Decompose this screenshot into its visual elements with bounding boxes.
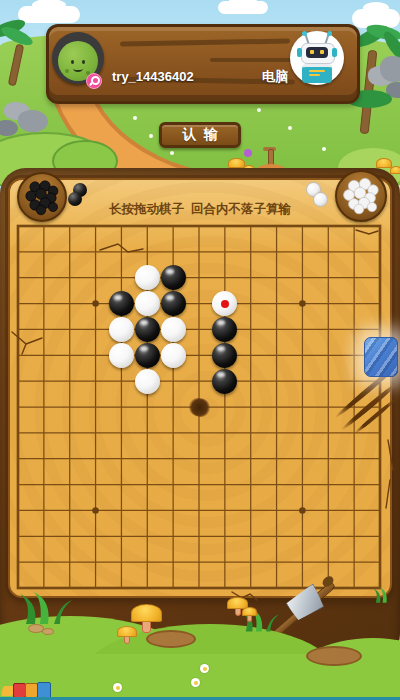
player-name: try_14436402 [112, 70, 262, 84]
pebble [42, 628, 54, 635]
daisy-flower [113, 683, 122, 692]
last-move-marker [221, 300, 229, 308]
daisy-flower [191, 678, 200, 687]
white-stone[interactable] [135, 265, 160, 290]
white-stone[interactable] [135, 291, 160, 316]
robot-eye [320, 50, 324, 54]
white-flower [288, 126, 292, 130]
black-stone[interactable] [161, 291, 186, 316]
white-flower [170, 151, 174, 155]
magnifier-badge-icon[interactable] [86, 73, 102, 89]
mushroom [376, 158, 392, 168]
white-stone[interactable] [161, 317, 186, 342]
robot-eye [310, 50, 314, 54]
purple-flower [244, 149, 252, 157]
opponent-avatar[interactable] [290, 31, 344, 85]
white-flower [257, 108, 261, 112]
blue-chip[interactable] [364, 337, 398, 377]
mushroom [117, 626, 137, 637]
white-stone[interactable] [109, 317, 134, 342]
resign-button[interactable]: 认输 [159, 122, 241, 148]
watermark-logo [2, 680, 52, 698]
black-stone[interactable] [109, 291, 134, 316]
robot-antenna-tip [327, 31, 332, 36]
robot-ear [297, 48, 302, 57]
white-stone[interactable] [161, 343, 186, 368]
rock [380, 56, 400, 82]
game-screen: try_14436402 电脑 认输 [0, 0, 400, 700]
robot-ear [332, 48, 337, 57]
daisy-flower [200, 664, 209, 673]
white-flower [133, 116, 137, 120]
white-stone[interactable] [212, 291, 237, 316]
black-stone[interactable] [135, 317, 160, 342]
white-flower [322, 147, 326, 151]
white-flower [149, 134, 153, 138]
robot-chest-line [309, 74, 320, 76]
mushroom [131, 604, 162, 622]
mushroom [228, 158, 245, 168]
mushroom [242, 607, 257, 616]
mushroom [390, 166, 400, 174]
dirt-patch [306, 646, 362, 666]
black-stone[interactable] [212, 369, 237, 394]
black-stone[interactable] [212, 317, 237, 342]
dirt-patch [146, 630, 196, 648]
black-stone[interactable] [212, 343, 237, 368]
robot-antenna-tip [302, 31, 307, 36]
black-stone[interactable] [135, 343, 160, 368]
white-stone[interactable] [135, 369, 160, 394]
rock [18, 110, 48, 132]
black-stone[interactable] [161, 265, 186, 290]
robot-chest-line [309, 70, 325, 72]
white-stone[interactable] [109, 343, 134, 368]
board-stain [189, 398, 210, 417]
